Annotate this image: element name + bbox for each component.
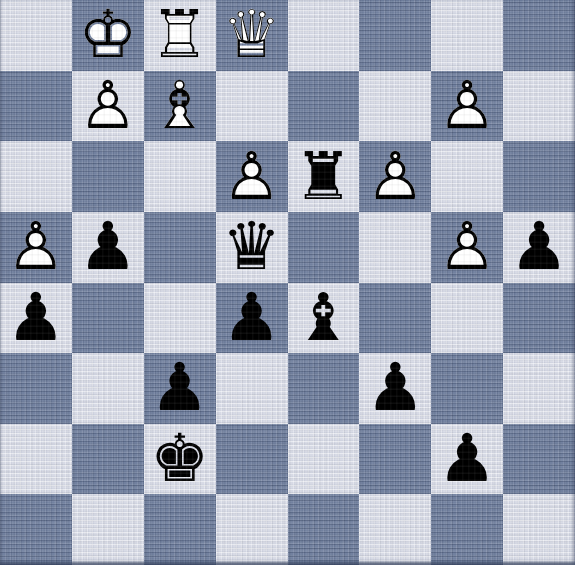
square-b8[interactable]: ♚♔ (72, 0, 144, 71)
square-c6[interactable] (144, 141, 216, 212)
square-f4[interactable] (359, 283, 431, 354)
white-pawn-piece[interactable]: ♟♙ (359, 142, 431, 212)
square-c2[interactable]: ♚ (144, 424, 216, 495)
square-h4[interactable] (503, 283, 575, 354)
black-pawn-glyph: ♟ (150, 349, 209, 426)
square-c3[interactable]: ♟ (144, 353, 216, 424)
square-h5[interactable]: ♟ (503, 212, 575, 283)
square-b5[interactable]: ♟ (72, 212, 144, 283)
square-b2[interactable] (72, 424, 144, 495)
square-d5[interactable]: ♛ (216, 212, 288, 283)
black-rook-piece[interactable]: ♜ (288, 142, 360, 212)
black-pawn-glyph: ♟ (78, 208, 137, 285)
square-d3[interactable] (216, 353, 288, 424)
white-pawn-glyph: ♙ (6, 208, 65, 285)
white-bishop-glyph: ♗ (150, 67, 209, 144)
square-d4[interactable]: ♟ (216, 283, 288, 354)
black-pawn-piece[interactable]: ♟ (144, 353, 216, 423)
white-pawn-glyph: ♙ (438, 208, 497, 285)
white-bishop-piece[interactable]: ♝♗ (144, 71, 216, 141)
square-h3[interactable] (503, 353, 575, 424)
square-f5[interactable] (359, 212, 431, 283)
black-pawn-piece[interactable]: ♟ (503, 212, 575, 282)
black-queen-piece[interactable]: ♛ (216, 212, 288, 282)
square-a3[interactable] (0, 353, 72, 424)
square-c5[interactable] (144, 212, 216, 283)
square-e6[interactable]: ♜ (288, 141, 360, 212)
square-g5[interactable]: ♟♙ (431, 212, 503, 283)
square-g4[interactable] (431, 283, 503, 354)
chess-board: ♚♔♜♖♛♕♟♙♝♗♟♙♟♙♜♟♙♟♙♟♛♟♙♟♟♟♝♟♟♚♟ (0, 0, 575, 565)
white-pawn-piece[interactable]: ♟♙ (431, 71, 503, 141)
white-pawn-glyph: ♙ (438, 67, 497, 144)
square-a8[interactable] (0, 0, 72, 71)
square-a7[interactable] (0, 71, 72, 142)
square-c4[interactable] (144, 283, 216, 354)
square-e8[interactable] (288, 0, 360, 71)
square-a4[interactable]: ♟ (0, 283, 72, 354)
square-h1[interactable] (503, 494, 575, 565)
black-pawn-glyph: ♟ (6, 279, 65, 356)
black-pawn-glyph: ♟ (438, 420, 497, 497)
white-pawn-glyph: ♙ (366, 138, 425, 215)
white-king-glyph: ♔ (78, 0, 137, 73)
square-f1[interactable] (359, 494, 431, 565)
square-c8[interactable]: ♜♖ (144, 0, 216, 71)
square-e3[interactable] (288, 353, 360, 424)
square-g3[interactable] (431, 353, 503, 424)
black-pawn-glyph: ♟ (509, 208, 568, 285)
square-g1[interactable] (431, 494, 503, 565)
chess-board-window: ♚♔♜♖♛♕♟♙♝♗♟♙♟♙♜♟♙♟♙♟♛♟♙♟♟♟♝♟♟♚♟ (0, 0, 575, 565)
square-h7[interactable] (503, 71, 575, 142)
square-f8[interactable] (359, 0, 431, 71)
white-rook-glyph: ♖ (150, 0, 209, 73)
square-d6[interactable]: ♟♙ (216, 141, 288, 212)
square-b4[interactable] (72, 283, 144, 354)
square-a1[interactable] (0, 494, 72, 565)
square-h2[interactable] (503, 424, 575, 495)
black-pawn-piece[interactable]: ♟ (72, 212, 144, 282)
square-d2[interactable] (216, 424, 288, 495)
black-pawn-piece[interactable]: ♟ (0, 283, 72, 353)
square-a5[interactable]: ♟♙ (0, 212, 72, 283)
white-queen-piece[interactable]: ♛♕ (216, 0, 288, 70)
square-f2[interactable] (359, 424, 431, 495)
white-queen-glyph: ♕ (222, 0, 281, 73)
square-a2[interactable] (0, 424, 72, 495)
white-pawn-piece[interactable]: ♟♙ (72, 71, 144, 141)
square-b7[interactable]: ♟♙ (72, 71, 144, 142)
square-g7[interactable]: ♟♙ (431, 71, 503, 142)
black-pawn-piece[interactable]: ♟ (359, 353, 431, 423)
square-c1[interactable] (144, 494, 216, 565)
square-h6[interactable] (503, 141, 575, 212)
white-pawn-piece[interactable]: ♟♙ (216, 142, 288, 212)
black-king-glyph: ♚ (150, 420, 209, 497)
black-queen-glyph: ♛ (222, 208, 281, 285)
white-pawn-piece[interactable]: ♟♙ (431, 212, 503, 282)
square-f7[interactable] (359, 71, 431, 142)
square-e4[interactable]: ♝ (288, 283, 360, 354)
white-pawn-piece[interactable]: ♟♙ (0, 212, 72, 282)
square-g8[interactable] (431, 0, 503, 71)
white-pawn-glyph: ♙ (78, 67, 137, 144)
black-king-piece[interactable]: ♚ (144, 424, 216, 494)
square-e1[interactable] (288, 494, 360, 565)
square-b1[interactable] (72, 494, 144, 565)
square-h8[interactable] (503, 0, 575, 71)
square-b3[interactable] (72, 353, 144, 424)
white-pawn-glyph: ♙ (222, 138, 281, 215)
square-g6[interactable] (431, 141, 503, 212)
square-d7[interactable] (216, 71, 288, 142)
white-rook-piece[interactable]: ♜♖ (144, 0, 216, 70)
square-e5[interactable] (288, 212, 360, 283)
black-pawn-glyph: ♟ (222, 279, 281, 356)
square-a6[interactable] (0, 141, 72, 212)
square-g2[interactable]: ♟ (431, 424, 503, 495)
black-pawn-piece[interactable]: ♟ (431, 424, 503, 494)
square-d8[interactable]: ♛♕ (216, 0, 288, 71)
square-c7[interactable]: ♝♗ (144, 71, 216, 142)
square-e2[interactable] (288, 424, 360, 495)
square-f6[interactable]: ♟♙ (359, 141, 431, 212)
square-f3[interactable]: ♟ (359, 353, 431, 424)
black-rook-glyph: ♜ (294, 138, 353, 215)
black-pawn-glyph: ♟ (366, 349, 425, 426)
black-pawn-piece[interactable]: ♟ (216, 283, 288, 353)
square-e7[interactable] (288, 71, 360, 142)
square-b6[interactable] (72, 141, 144, 212)
black-bishop-glyph: ♝ (294, 279, 353, 356)
square-d1[interactable] (216, 494, 288, 565)
white-king-piece[interactable]: ♚♔ (72, 0, 144, 70)
black-bishop-piece[interactable]: ♝ (288, 283, 360, 353)
